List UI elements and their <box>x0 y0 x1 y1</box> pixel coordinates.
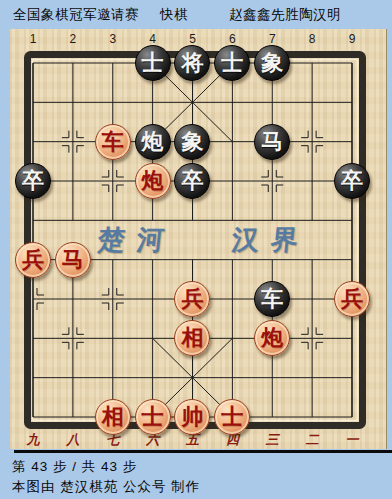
piece-red-兵[interactable]: 兵 <box>174 281 210 317</box>
board-point-r1-c7[interactable] <box>252 83 292 122</box>
board-point-r2-c6[interactable] <box>212 122 252 161</box>
board-point-r2-c9[interactable] <box>332 122 372 161</box>
board-point-r6-c4[interactable] <box>133 279 173 318</box>
board-point-r5-c3[interactable] <box>93 240 133 279</box>
piece-black-卒[interactable]: 卒 <box>334 163 370 199</box>
board-point-r8-c9[interactable] <box>332 358 372 397</box>
board-point-r0-c4[interactable]: 士 <box>133 43 173 82</box>
board-point-r3-c1[interactable]: 卒 <box>13 161 53 200</box>
board-point-r3-c4[interactable]: 炮 <box>133 161 173 200</box>
board-point-r5-c9[interactable] <box>332 240 372 279</box>
piece-red-兵[interactable]: 兵 <box>334 281 370 317</box>
board-point-r5-c8[interactable] <box>292 240 332 279</box>
piece-red-炮[interactable]: 炮 <box>254 320 290 356</box>
board-point-r1-c8[interactable] <box>292 83 332 122</box>
board-point-r1-c3[interactable] <box>93 83 133 122</box>
board-point-r3-c5[interactable]: 卒 <box>173 161 213 200</box>
board-point-r0-c7[interactable]: 象 <box>252 43 292 82</box>
board-point-r4-c3[interactable] <box>93 201 133 240</box>
piece-red-车[interactable]: 车 <box>95 124 131 160</box>
board-point-r7-c7[interactable]: 炮 <box>252 319 292 358</box>
board-point-r8-c5[interactable] <box>173 358 213 397</box>
board-point-r5-c6[interactable] <box>212 240 252 279</box>
board-point-r9-c8[interactable] <box>292 397 332 436</box>
board-point-r9-c9[interactable] <box>332 397 372 436</box>
board-point-r8-c4[interactable] <box>133 358 173 397</box>
board-point-r8-c7[interactable] <box>252 358 292 397</box>
match-type-label: 快棋 <box>160 6 188 24</box>
board-point-r7-c8[interactable] <box>292 319 332 358</box>
board-point-r1-c4[interactable] <box>133 83 173 122</box>
board-point-r2-c1[interactable] <box>13 122 53 161</box>
event-title: 全国象棋冠军邀请赛 <box>13 6 139 24</box>
board-point-r6-c5[interactable]: 兵 <box>173 279 213 318</box>
board-point-r0-c9[interactable] <box>332 43 372 82</box>
piece-black-车[interactable]: 车 <box>254 281 290 317</box>
board-point-r8-c1[interactable] <box>13 358 53 397</box>
piece-red-士[interactable]: 士 <box>214 399 250 435</box>
board-point-r9-c7[interactable] <box>252 397 292 436</box>
piece-black-卒[interactable]: 卒 <box>15 163 51 199</box>
board-point-r7-c9[interactable] <box>332 319 372 358</box>
xiangqi-diagram-page: 全国象棋冠军邀请赛 快棋 赵鑫鑫先胜陶汉明 123456789 九八七六五四三二… <box>0 0 392 499</box>
xiangqi-board: 123456789 九八七六五四三二一 楚河 汉界 士将士象车炮象马卒炮卒卒兵马… <box>10 29 387 449</box>
piece-black-象[interactable]: 象 <box>254 45 290 81</box>
board-point-r6-c7[interactable]: 车 <box>252 279 292 318</box>
board-point-r5-c2[interactable]: 马 <box>53 240 93 279</box>
board-point-r1-c6[interactable] <box>212 83 252 122</box>
piece-black-士[interactable]: 士 <box>214 45 250 81</box>
board-point-r0-c3[interactable] <box>93 43 133 82</box>
piece-red-帅[interactable]: 帅 <box>174 399 210 435</box>
board-point-r0-c6[interactable]: 士 <box>212 43 252 82</box>
board-point-r2-c4[interactable]: 炮 <box>133 122 173 161</box>
board-point-r8-c2[interactable] <box>53 358 93 397</box>
board-point-r7-c1[interactable] <box>13 319 53 358</box>
board-point-r9-c4[interactable]: 士 <box>133 397 173 436</box>
board-point-r4-c2[interactable] <box>53 201 93 240</box>
board-point-r0-c2[interactable] <box>53 43 93 82</box>
board-point-r5-c4[interactable] <box>133 240 173 279</box>
board-point-r4-c6[interactable] <box>212 201 252 240</box>
board-point-r3-c3[interactable] <box>93 161 133 200</box>
piece-red-炮[interactable]: 炮 <box>135 163 171 199</box>
board-point-r1-c2[interactable] <box>53 83 93 122</box>
piece-black-士[interactable]: 士 <box>135 45 171 81</box>
board-point-r2-c3[interactable]: 车 <box>93 122 133 161</box>
piece-black-卒[interactable]: 卒 <box>174 163 210 199</box>
board-point-r6-c9[interactable]: 兵 <box>332 279 372 318</box>
piece-black-马[interactable]: 马 <box>254 124 290 160</box>
board-point-r7-c2[interactable] <box>53 319 93 358</box>
board-point-r7-c4[interactable] <box>133 319 173 358</box>
board-point-r6-c2[interactable] <box>53 279 93 318</box>
credit-text: 本图由 楚汉棋苑 公众号 制作 <box>12 478 200 496</box>
board-point-r8-c8[interactable] <box>292 358 332 397</box>
board-point-r5-c7[interactable] <box>252 240 292 279</box>
piece-black-象[interactable]: 象 <box>174 124 210 160</box>
board-point-r3-c6[interactable] <box>212 161 252 200</box>
board-point-r6-c6[interactable] <box>212 279 252 318</box>
board-shadow-line <box>14 450 392 453</box>
board-point-r9-c3[interactable]: 相 <box>93 397 133 436</box>
board-point-r6-c8[interactable] <box>292 279 332 318</box>
board-point-r6-c1[interactable] <box>13 279 53 318</box>
piece-red-相[interactable]: 相 <box>95 399 131 435</box>
board-point-r3-c2[interactable] <box>53 161 93 200</box>
board-point-r1-c1[interactable] <box>13 83 53 122</box>
board-point-r2-c2[interactable] <box>53 122 93 161</box>
piece-black-炮[interactable]: 炮 <box>135 124 171 160</box>
board-point-r8-c3[interactable] <box>93 358 133 397</box>
board-point-r2-c5[interactable]: 象 <box>173 122 213 161</box>
board-point-r4-c9[interactable] <box>332 201 372 240</box>
move-counter: 第 43 步 / 共 43 步 <box>12 458 137 476</box>
board-point-r5-c5[interactable] <box>173 240 213 279</box>
piece-black-将[interactable]: 将 <box>174 45 210 81</box>
board-point-r4-c1[interactable] <box>13 201 53 240</box>
board-point-r7-c6[interactable] <box>212 319 252 358</box>
board-point-r5-c1[interactable]: 兵 <box>13 240 53 279</box>
board-point-r4-c4[interactable] <box>133 201 173 240</box>
board-point-r9-c6[interactable]: 士 <box>212 397 252 436</box>
piece-red-士[interactable]: 士 <box>135 399 171 435</box>
board-point-r0-c8[interactable] <box>292 43 332 82</box>
board-point-r3-c9[interactable]: 卒 <box>332 161 372 200</box>
title-bar: 全国象棋冠军邀请赛 快棋 赵鑫鑫先胜陶汉明 <box>0 0 392 28</box>
piece-red-马[interactable]: 马 <box>55 242 91 278</box>
board-point-r4-c5[interactable] <box>173 201 213 240</box>
piece-red-兵[interactable]: 兵 <box>15 242 51 278</box>
board-point-r1-c9[interactable] <box>332 83 372 122</box>
match-result-label: 赵鑫鑫先胜陶汉明 <box>229 6 341 24</box>
pieces-layer: 士将士象车炮象马卒炮卒卒兵马兵车兵相炮相士帅士 <box>13 43 372 436</box>
board-point-r3-c8[interactable] <box>292 161 332 200</box>
board-point-r4-c7[interactable] <box>252 201 292 240</box>
board-point-r4-c8[interactable] <box>292 201 332 240</box>
board-point-r0-c5[interactable]: 将 <box>173 43 213 82</box>
board-point-r0-c1[interactable] <box>13 43 53 82</box>
board-point-r1-c5[interactable] <box>173 83 213 122</box>
board-point-r6-c3[interactable] <box>93 279 133 318</box>
board-point-r7-c3[interactable] <box>93 319 133 358</box>
piece-red-相[interactable]: 相 <box>174 320 210 356</box>
board-point-r2-c8[interactable] <box>292 122 332 161</box>
board-point-r7-c5[interactable]: 相 <box>173 319 213 358</box>
board-point-r3-c7[interactable] <box>252 161 292 200</box>
board-point-r9-c5[interactable]: 帅 <box>173 397 213 436</box>
board-point-r9-c2[interactable] <box>53 397 93 436</box>
board-point-r2-c7[interactable]: 马 <box>252 122 292 161</box>
board-point-r9-c1[interactable] <box>13 397 53 436</box>
board-point-r8-c6[interactable] <box>212 358 252 397</box>
